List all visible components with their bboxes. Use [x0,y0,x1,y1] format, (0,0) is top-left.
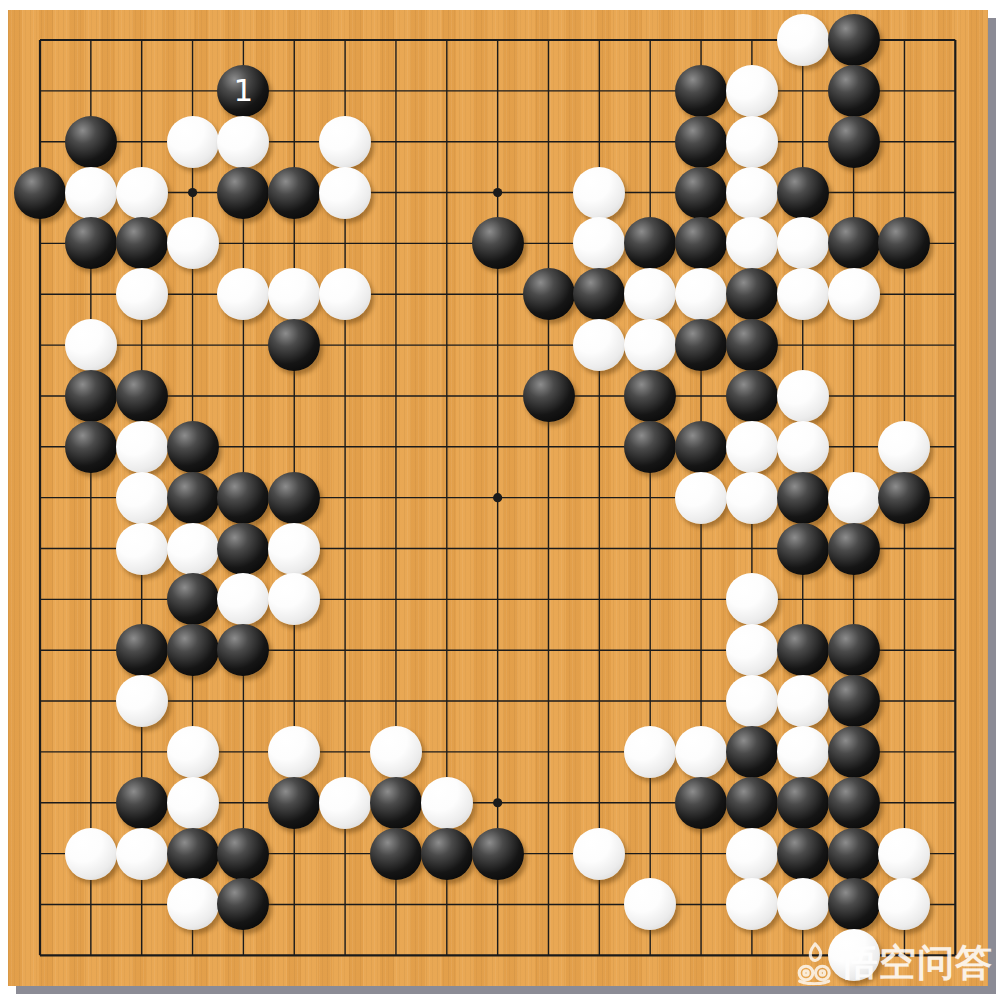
black-stone [167,828,219,880]
white-stone [624,319,676,371]
white-stone [319,116,371,168]
white-stone [726,472,778,524]
black-stone: 1 [217,65,269,117]
white-stone [726,828,778,880]
white-stone [116,675,168,727]
white-stone [116,421,168,473]
white-stone [167,878,219,930]
star-point [493,798,502,807]
black-stone [217,472,269,524]
black-stone [777,624,829,676]
black-stone [65,421,117,473]
black-stone [828,878,880,930]
white-stone [777,217,829,269]
black-stone [828,217,880,269]
black-stone [675,421,727,473]
white-stone [777,878,829,930]
black-stone [116,777,168,829]
white-stone [421,777,473,829]
white-stone [116,828,168,880]
black-stone [370,777,422,829]
black-stone [14,167,66,219]
white-stone [726,421,778,473]
black-stone [828,828,880,880]
black-stone [65,370,117,422]
black-stone [828,65,880,117]
black-stone [268,167,320,219]
white-stone [777,726,829,778]
black-stone [217,167,269,219]
black-stone [726,319,778,371]
white-stone [65,828,117,880]
white-stone [777,268,829,320]
white-stone [319,268,371,320]
white-stone [726,624,778,676]
black-stone [777,523,829,575]
black-stone [777,777,829,829]
white-stone [777,14,829,66]
black-stone [65,116,117,168]
black-stone [726,777,778,829]
white-stone [116,268,168,320]
white-stone [370,726,422,778]
move-number-label: 1 [217,65,269,117]
black-stone [828,777,880,829]
white-stone [777,675,829,727]
black-stone [624,370,676,422]
star-point [188,188,197,197]
black-stone [167,573,219,625]
black-stone [675,777,727,829]
black-stone [167,472,219,524]
white-stone [167,523,219,575]
white-stone [65,319,117,371]
white-stone [726,675,778,727]
black-stone [777,167,829,219]
black-stone [167,421,219,473]
white-stone [65,167,117,219]
black-stone [268,472,320,524]
white-stone [116,523,168,575]
black-stone [878,472,930,524]
black-stone [472,217,524,269]
black-stone [726,726,778,778]
white-stone [777,421,829,473]
black-stone [828,523,880,575]
white-stone [319,777,371,829]
black-stone [167,624,219,676]
black-stone [217,523,269,575]
white-stone [624,726,676,778]
white-stone [726,65,778,117]
black-stone [828,14,880,66]
white-stone [167,217,219,269]
black-stone [828,675,880,727]
white-stone [167,116,219,168]
black-stone [116,217,168,269]
black-stone [675,116,727,168]
black-stone [116,624,168,676]
black-stone [828,726,880,778]
white-stone [828,929,880,981]
black-stone [268,319,320,371]
black-stone [370,828,422,880]
white-stone [268,523,320,575]
black-stone [828,116,880,168]
white-stone [878,421,930,473]
white-stone [828,268,880,320]
black-stone [65,217,117,269]
white-stone [726,167,778,219]
white-stone [777,370,829,422]
black-stone [777,472,829,524]
white-stone [573,828,625,880]
white-stone [167,726,219,778]
white-stone [726,878,778,930]
black-stone [624,421,676,473]
black-stone [828,624,880,676]
black-stone [116,370,168,422]
white-stone [268,726,320,778]
black-stone [675,167,727,219]
white-stone [573,167,625,219]
black-stone [472,828,524,880]
white-stone [878,828,930,880]
white-stone [116,472,168,524]
white-stone [217,116,269,168]
white-stone [675,472,727,524]
white-stone [726,116,778,168]
black-stone [675,319,727,371]
star-point [493,188,502,197]
white-stone [116,167,168,219]
white-stone [675,268,727,320]
go-diagram-page: { "game": "Go (weiqi), 19x19 board, mid-… [0,0,1000,1000]
black-stone [726,268,778,320]
black-stone [523,268,575,320]
black-stone [726,370,778,422]
go-board: 1 [8,10,988,986]
black-stone [421,828,473,880]
white-stone [319,167,371,219]
white-stone [726,217,778,269]
white-stone [675,726,727,778]
black-stone [217,828,269,880]
black-stone [675,65,727,117]
white-stone [828,472,880,524]
white-stone [726,573,778,625]
black-stone [268,777,320,829]
white-stone [167,777,219,829]
star-point [493,493,502,502]
black-stone [523,370,575,422]
black-stone [777,828,829,880]
